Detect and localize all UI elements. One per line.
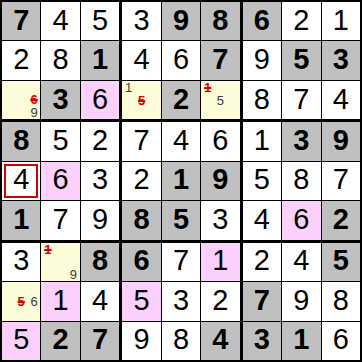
cell-value: 9 — [333, 126, 349, 155]
candidate-slot-empty — [214, 81, 227, 94]
candidate-slot-empty — [148, 94, 161, 107]
cell-r6c5[interactable]: 5 — [162, 201, 200, 239]
cell-value: 8 — [92, 246, 108, 275]
cell-r7c4[interactable]: 6 — [122, 243, 160, 281]
candidate-slot-empty — [28, 282, 41, 295]
cell-r2c2[interactable]: 8 — [41, 41, 79, 79]
cell-r8c3[interactable]: 4 — [81, 282, 119, 320]
cell-r5c6[interactable]: 9 — [201, 162, 239, 200]
cell-value: 7 — [333, 165, 349, 194]
candidate-slot-empty — [2, 93, 15, 106]
cell-value: 3 — [53, 85, 69, 114]
cell-value: 1 — [254, 126, 270, 155]
cell-r9c4[interactable]: 9 — [122, 322, 160, 360]
candidate-5-struck: 5 — [135, 94, 148, 107]
cell-value: 2 — [53, 325, 69, 354]
candidate-slot-empty — [2, 106, 15, 119]
candidate-slot-empty — [28, 308, 41, 321]
candidate-slot-empty — [122, 107, 135, 119]
cell-value: 6 — [254, 6, 270, 35]
cell-value: 4 — [53, 6, 69, 35]
cell-value: 7 — [173, 246, 189, 275]
cell-value: 1 — [212, 246, 228, 275]
cell-value: 3 — [212, 205, 228, 234]
candidates-grid: 69 — [2, 81, 40, 119]
cell-r4c7[interactable]: 1 — [243, 122, 281, 160]
cell-value: 5 — [92, 6, 108, 35]
cell-value: 8 — [254, 85, 270, 114]
candidate-slot-empty — [54, 243, 67, 256]
cell-value: 4 — [173, 126, 189, 155]
cell-r9c9[interactable]: 6 — [322, 322, 360, 360]
cell-value: 9 — [212, 165, 228, 194]
cell-value: 3 — [293, 126, 309, 155]
cell-value: 3 — [254, 325, 270, 354]
cell-value: 7 — [212, 45, 228, 74]
cell-r6c6[interactable]: 3 — [201, 201, 239, 239]
candidate-1: 1 — [122, 81, 135, 94]
cell-r3c5[interactable]: 2 — [162, 81, 200, 119]
cell-value: 8 — [173, 325, 189, 354]
candidate-slot-empty — [148, 81, 161, 94]
candidate-slot-empty — [201, 107, 214, 119]
cell-r3c8[interactable]: 7 — [282, 81, 320, 119]
candidate-slot-empty — [2, 308, 15, 321]
cell-value: 8 — [53, 45, 69, 74]
cell-r6c4[interactable]: 8 — [122, 201, 160, 239]
cell-value: 3 — [133, 6, 149, 35]
cell-value: 5 — [254, 165, 270, 194]
box-6: 139587462 — [243, 122, 360, 239]
cell-r4c9[interactable]: 9 — [322, 122, 360, 160]
cell-value: 1 — [173, 165, 189, 194]
cell-value: 3 — [13, 246, 29, 275]
cell-r2c9[interactable]: 3 — [322, 41, 360, 79]
cell-r3c7[interactable]: 8 — [243, 81, 281, 119]
cell-r9c6[interactable]: 4 — [201, 322, 239, 360]
cell-value: 2 — [293, 6, 309, 35]
cell-value: 9 — [133, 325, 149, 354]
cell-value: 4 — [92, 286, 108, 315]
candidate-slot-empty — [148, 107, 161, 119]
cell-value: 3 — [173, 286, 189, 315]
candidate-slot-empty — [41, 256, 54, 268]
cell-r3c1[interactable]: 69 — [2, 81, 40, 119]
candidate-slot-empty — [15, 93, 28, 106]
box-8: 671532984 — [122, 243, 239, 360]
cell-value: 2 — [13, 45, 29, 74]
cell-r7c2[interactable]: 19 — [41, 243, 79, 281]
cell-r6c9[interactable]: 2 — [322, 201, 360, 239]
cell-r3c4[interactable]: 15 — [122, 81, 160, 119]
cell-value: 1 — [13, 205, 29, 234]
cell-r1c5[interactable]: 9 — [162, 2, 200, 40]
cell-value: 1 — [53, 286, 69, 315]
cell-value: 5 — [53, 126, 69, 155]
cell-r9c8[interactable]: 1 — [282, 322, 320, 360]
cell-value: 1 — [92, 45, 108, 74]
cell-value: 5 — [333, 246, 349, 275]
cell-value: 9 — [173, 6, 189, 35]
candidate-slot-empty — [15, 106, 28, 119]
cell-value: 5 — [13, 325, 29, 354]
cell-r8c6[interactable]: 2 — [201, 282, 239, 320]
cell-r6c1[interactable]: 1 — [2, 201, 40, 239]
cell-r3c9[interactable]: 4 — [322, 81, 360, 119]
candidates-grid: 56 — [2, 282, 40, 320]
candidate-slot-empty — [2, 282, 15, 295]
cell-value: 4 — [293, 246, 309, 275]
cell-value: 9 — [254, 45, 270, 74]
cell-r1c9[interactable]: 1 — [322, 2, 360, 40]
box-7: 31985614527 — [2, 243, 119, 360]
cell-r1c8[interactable]: 2 — [282, 2, 320, 40]
cell-value: 5 — [173, 205, 189, 234]
box-5: 746219853 — [122, 122, 239, 239]
cell-value: 3 — [333, 45, 349, 74]
cell-r8c8[interactable]: 9 — [282, 282, 320, 320]
cell-r1c1[interactable]: 7 — [2, 2, 40, 40]
candidate-slot-empty — [122, 94, 135, 107]
cell-r9c2[interactable]: 2 — [41, 322, 79, 360]
cell-r9c5[interactable]: 8 — [162, 322, 200, 360]
cell-r5c3[interactable]: 3 — [81, 162, 119, 200]
cell-r4c5[interactable]: 4 — [162, 122, 200, 160]
cell-r5c7[interactable]: 5 — [243, 162, 281, 200]
cell-r1c6[interactable]: 8 — [201, 2, 239, 40]
cell-r1c7[interactable]: 6 — [243, 2, 281, 40]
candidate-slot-empty — [15, 308, 28, 321]
cell-r8c1[interactable]: 56 — [2, 282, 40, 320]
box-2: 39846715215 — [122, 2, 239, 119]
candidate-slot-empty — [67, 243, 80, 256]
cell-value: 6 — [212, 126, 228, 155]
cell-r4c4[interactable]: 7 — [122, 122, 160, 160]
cell-value: 5 — [133, 286, 149, 315]
cell-value: 8 — [133, 205, 149, 234]
cell-value: 8 — [293, 165, 309, 194]
cell-value: 4 — [212, 325, 228, 354]
candidate-slot-empty — [214, 107, 227, 119]
cell-r6c3[interactable]: 9 — [81, 201, 119, 239]
cell-r3c2[interactable]: 3 — [41, 81, 79, 119]
cell-r9c7[interactable]: 3 — [243, 322, 281, 360]
cell-r8c2[interactable]: 1 — [41, 282, 79, 320]
cell-r7c1[interactable]: 3 — [2, 243, 40, 281]
box-9: 245798316 — [243, 243, 360, 360]
cell-r8c9[interactable]: 8 — [322, 282, 360, 320]
cell-r5c2[interactable]: 6 — [41, 162, 79, 200]
candidate-1-struck: 1 — [41, 243, 54, 256]
cell-value: 7 — [254, 286, 270, 315]
candidate-5-struck: 5 — [15, 295, 28, 308]
cell-value: 1 — [293, 325, 309, 354]
sudoku-board: 7452816936398467152156219538748524631797… — [0, 0, 362, 362]
cell-r2c4[interactable]: 4 — [122, 41, 160, 79]
candidate-slot-empty — [227, 81, 240, 94]
cell-r3c6[interactable]: 15 — [201, 81, 239, 119]
cell-value: 6 — [133, 246, 149, 275]
cell-r2c5[interactable]: 6 — [162, 41, 200, 79]
candidate-1-struck: 1 — [201, 81, 214, 94]
cell-value: 5 — [293, 45, 309, 74]
cell-r6c2[interactable]: 7 — [41, 201, 79, 239]
cell-r5c4[interactable]: 2 — [122, 162, 160, 200]
cell-value: 7 — [53, 205, 69, 234]
cell-value: 8 — [13, 126, 29, 155]
candidate-slot-empty — [227, 107, 240, 119]
cell-value: 7 — [293, 85, 309, 114]
cell-r4c6[interactable]: 6 — [201, 122, 239, 160]
cell-r7c6[interactable]: 1 — [201, 243, 239, 281]
box-1: 7452816936 — [2, 2, 119, 119]
cell-value: 6 — [333, 325, 349, 354]
cell-value: 2 — [212, 286, 228, 315]
cell-r5c1[interactable]: 4 — [2, 162, 40, 200]
candidate-slot-empty — [41, 268, 54, 281]
cell-r2c8[interactable]: 5 — [282, 41, 320, 79]
cell-value: 7 — [92, 325, 108, 354]
candidate-9: 9 — [67, 268, 80, 281]
cell-value: 4 — [333, 85, 349, 114]
candidates-grid: 15 — [122, 81, 160, 119]
cell-value: 6 — [173, 45, 189, 74]
cell-r7c9[interactable]: 5 — [322, 243, 360, 281]
cell-r4c3[interactable]: 2 — [81, 122, 119, 160]
cell-value: 2 — [92, 126, 108, 155]
cell-r4c8[interactable]: 3 — [282, 122, 320, 160]
cell-value: 9 — [293, 286, 309, 315]
candidate-9: 9 — [28, 106, 41, 119]
cell-r5c5[interactable]: 1 — [162, 162, 200, 200]
box-3: 621953874 — [243, 2, 360, 119]
cell-value: 7 — [133, 126, 149, 155]
cell-r7c5[interactable]: 7 — [162, 243, 200, 281]
candidate-slot-empty — [2, 81, 15, 93]
cell-r9c1[interactable]: 5 — [2, 322, 40, 360]
cell-r4c2[interactable]: 5 — [41, 122, 79, 160]
cell-value: 2 — [333, 205, 349, 234]
candidate-slot-empty — [135, 81, 148, 94]
cell-r7c7[interactable]: 2 — [243, 243, 281, 281]
box-4: 852463179 — [2, 122, 119, 239]
cell-r1c4[interactable]: 3 — [122, 2, 160, 40]
candidate-slot-empty — [227, 94, 240, 107]
cell-r4c1[interactable]: 8 — [2, 122, 40, 160]
cell-value: 6 — [293, 205, 309, 234]
cell-r3c3[interactable]: 6 — [81, 81, 119, 119]
cell-value: 8 — [212, 6, 228, 35]
cell-value: 6 — [53, 165, 69, 194]
candidate-5: 5 — [214, 94, 227, 107]
cell-r8c7[interactable]: 7 — [243, 282, 281, 320]
cell-value: 8 — [333, 286, 349, 315]
cell-r1c2[interactable]: 4 — [41, 2, 79, 40]
cell-value: 7 — [13, 6, 29, 35]
candidates-grid: 19 — [41, 243, 79, 281]
cell-value: 2 — [173, 85, 189, 114]
cell-r2c6[interactable]: 7 — [201, 41, 239, 79]
cell-r7c3[interactable]: 8 — [81, 243, 119, 281]
candidate-6: 6 — [28, 295, 41, 308]
cell-value: 2 — [254, 246, 270, 275]
cell-r2c1[interactable]: 2 — [2, 41, 40, 79]
cell-value: 6 — [92, 85, 108, 114]
cell-value: 4 — [133, 45, 149, 74]
cell-value: 1 — [333, 6, 349, 35]
cell-r7c8[interactable]: 4 — [282, 243, 320, 281]
cell-r5c8[interactable]: 8 — [282, 162, 320, 200]
cell-r8c5[interactable]: 3 — [162, 282, 200, 320]
cell-r1c3[interactable]: 5 — [81, 2, 119, 40]
cell-value: 2 — [133, 165, 149, 194]
cell-value: 3 — [92, 165, 108, 194]
cell-r6c7[interactable]: 4 — [243, 201, 281, 239]
cell-r5c9[interactable]: 7 — [322, 162, 360, 200]
cell-r2c3[interactable]: 1 — [81, 41, 119, 79]
candidate-slot-empty — [2, 295, 15, 308]
candidate-slot-empty — [15, 81, 28, 93]
cell-r6c8[interactable]: 6 — [282, 201, 320, 239]
candidate-slot-empty — [54, 268, 67, 281]
cell-r2c7[interactable]: 9 — [243, 41, 281, 79]
candidate-slot-empty — [15, 282, 28, 295]
cell-r8c4[interactable]: 5 — [122, 282, 160, 320]
cell-value: 4 — [13, 165, 29, 194]
candidates-grid: 15 — [201, 81, 239, 119]
candidate-slot-empty — [201, 94, 214, 107]
cell-r9c3[interactable]: 7 — [81, 322, 119, 360]
cell-value: 9 — [92, 205, 108, 234]
cell-value: 4 — [254, 205, 270, 234]
candidate-slot-empty — [135, 107, 148, 119]
candidate-slot-empty — [54, 256, 67, 268]
